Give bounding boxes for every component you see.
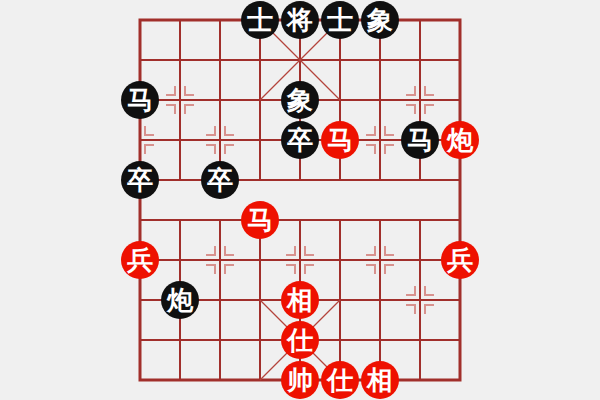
piece-black-advisor[interactable]: 士 [241,1,279,39]
piece-layer: 士将士象马象卒马马炮卒卒马兵兵炮相仕帅仕相 [120,0,480,400]
xiangqi-board: 士将士象马象卒马马炮卒卒马兵兵炮相仕帅仕相 [0,0,600,400]
piece-black-elephant[interactable]: 象 [361,1,399,39]
piece-red-advisor[interactable]: 仕 [281,321,319,359]
piece-red-cannon[interactable]: 炮 [441,121,479,159]
piece-red-soldier[interactable]: 兵 [441,241,479,279]
piece-black-general[interactable]: 将 [281,1,319,39]
piece-red-horse[interactable]: 马 [321,121,359,159]
piece-red-elephant[interactable]: 相 [281,281,319,319]
piece-black-elephant[interactable]: 象 [281,81,319,119]
piece-black-soldier[interactable]: 卒 [121,161,159,199]
piece-black-soldier[interactable]: 卒 [281,121,319,159]
piece-black-cannon[interactable]: 炮 [161,281,199,319]
piece-red-soldier[interactable]: 兵 [121,241,159,279]
piece-black-soldier[interactable]: 卒 [201,161,239,199]
piece-red-elephant[interactable]: 相 [361,361,399,399]
piece-red-general[interactable]: 帅 [281,361,319,399]
piece-red-horse[interactable]: 马 [241,201,279,239]
piece-red-advisor[interactable]: 仕 [321,361,359,399]
piece-black-horse[interactable]: 马 [401,121,439,159]
piece-black-advisor[interactable]: 士 [321,1,359,39]
piece-black-horse[interactable]: 马 [121,81,159,119]
